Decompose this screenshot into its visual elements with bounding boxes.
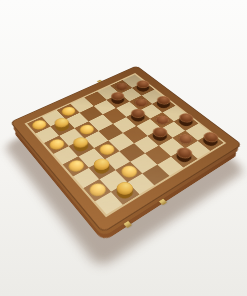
checker-piece-light[interactable] [97, 142, 117, 157]
square-r8c1[interactable] [27, 117, 51, 133]
checker-piece-dark[interactable] [132, 97, 150, 109]
checker-piece-light[interactable] [77, 123, 96, 136]
square-r8c3[interactable] [44, 136, 69, 154]
photo-background [0, 0, 247, 296]
checker-piece-dark[interactable] [174, 145, 195, 160]
checkers-board [10, 65, 243, 233]
checker-piece-dark[interactable] [201, 130, 222, 144]
checker-piece-dark[interactable] [150, 125, 170, 139]
checker-piece-dark[interactable] [177, 112, 197, 125]
board-frame [10, 65, 243, 233]
